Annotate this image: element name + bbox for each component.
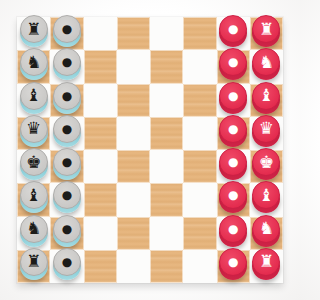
piece-cylinder-top: ● xyxy=(53,248,81,276)
pawn-icon: ● xyxy=(62,23,72,35)
piece-white-rook[interactable]: ♜ xyxy=(20,15,48,48)
square-r2c7[interactable]: ● xyxy=(217,50,250,83)
king-icon: ♚ xyxy=(259,153,274,170)
square-r6c2[interactable]: ● xyxy=(50,183,83,216)
square-r1c8[interactable]: ♜ xyxy=(250,17,283,50)
piece-red-pawn[interactable]: ● xyxy=(219,148,247,181)
square-r8c5[interactable] xyxy=(150,250,183,283)
bishop-icon: ♝ xyxy=(26,87,41,104)
piece-red-knight[interactable]: ♞ xyxy=(252,215,280,248)
square-r4c8[interactable]: ♛ xyxy=(250,117,283,150)
square-r2c2[interactable]: ● xyxy=(50,50,83,83)
piece-red-pawn[interactable]: ● xyxy=(219,15,247,48)
piece-red-king[interactable]: ♚ xyxy=(252,148,280,181)
piece-cylinder-top: ♝ xyxy=(252,181,280,209)
square-r5c7[interactable]: ● xyxy=(217,150,250,183)
piece-white-queen[interactable]: ♛ xyxy=(20,115,48,148)
bishop-icon: ♝ xyxy=(26,186,41,203)
piece-white-pawn[interactable]: ● xyxy=(53,215,81,248)
square-r8c4[interactable] xyxy=(117,250,150,283)
pawn-icon: ● xyxy=(228,222,238,234)
square-r7c8[interactable]: ♞ xyxy=(250,217,283,250)
square-r4c3[interactable] xyxy=(84,117,117,150)
piece-cylinder-top: ♜ xyxy=(252,248,280,276)
pawn-icon: ● xyxy=(228,56,238,68)
square-r5c1[interactable]: ♚ xyxy=(17,150,50,183)
rook-icon: ♜ xyxy=(259,253,274,270)
rook-icon: ♜ xyxy=(259,20,274,37)
piece-white-pawn[interactable]: ● xyxy=(53,181,81,214)
square-r7c5[interactable] xyxy=(150,217,183,250)
chess-board: ♜●●♜♞●●♞♝●●♝♛●●♛♚●●♚♝●●♝♞●●♞♜●●♜ xyxy=(17,17,283,283)
piece-cylinder-top: ● xyxy=(53,215,81,243)
square-r8c1[interactable]: ♜ xyxy=(17,250,50,283)
square-r6c6[interactable] xyxy=(183,183,216,216)
square-r1c6[interactable] xyxy=(183,17,216,50)
piece-white-king[interactable]: ♚ xyxy=(20,148,48,181)
piece-cylinder-top: ♞ xyxy=(20,215,48,243)
piece-red-bishop[interactable]: ♝ xyxy=(252,82,280,115)
piece-cylinder-top: ● xyxy=(219,15,247,43)
rook-icon: ♜ xyxy=(26,253,41,270)
square-r4c1[interactable]: ♛ xyxy=(17,117,50,150)
piece-white-bishop[interactable]: ♝ xyxy=(20,181,48,214)
piece-cylinder-top: ♝ xyxy=(20,82,48,110)
square-r1c2[interactable]: ● xyxy=(50,17,83,50)
pawn-icon: ● xyxy=(228,122,238,134)
piece-red-pawn[interactable]: ● xyxy=(219,248,247,281)
rook-icon: ♜ xyxy=(26,20,41,37)
piece-cylinder-top: ♚ xyxy=(20,148,48,176)
piece-cylinder-top: ♝ xyxy=(252,82,280,110)
piece-white-pawn[interactable]: ● xyxy=(53,82,81,115)
square-r3c3[interactable] xyxy=(84,84,117,117)
square-r5c5[interactable] xyxy=(150,150,183,183)
knight-icon: ♞ xyxy=(26,53,41,70)
square-r7c4[interactable] xyxy=(117,217,150,250)
piece-cylinder-top: ● xyxy=(53,115,81,143)
square-r7c7[interactable]: ● xyxy=(217,217,250,250)
king-icon: ♚ xyxy=(26,153,41,170)
piece-red-pawn[interactable]: ● xyxy=(219,48,247,81)
queen-icon: ♛ xyxy=(26,120,41,137)
square-r7c6[interactable] xyxy=(183,217,216,250)
square-r2c8[interactable]: ♞ xyxy=(250,50,283,83)
bishop-icon: ♝ xyxy=(259,186,274,203)
piece-cylinder-top: ♝ xyxy=(20,181,48,209)
piece-cylinder-top: ● xyxy=(219,181,247,209)
piece-white-pawn[interactable]: ● xyxy=(53,248,81,281)
piece-white-knight[interactable]: ♞ xyxy=(20,215,48,248)
pawn-icon: ● xyxy=(62,255,72,267)
square-r7c1[interactable]: ♞ xyxy=(17,217,50,250)
piece-cylinder-top: ♜ xyxy=(20,15,48,43)
knight-icon: ♞ xyxy=(259,53,274,70)
square-r3c2[interactable]: ● xyxy=(50,84,83,117)
square-r1c3[interactable] xyxy=(84,17,117,50)
square-r2c6[interactable] xyxy=(183,50,216,83)
piece-cylinder-top: ♚ xyxy=(252,148,280,176)
piece-white-knight[interactable]: ♞ xyxy=(20,48,48,81)
pawn-icon: ● xyxy=(62,89,72,101)
square-r3c7[interactable]: ● xyxy=(217,84,250,117)
chess-scene: ♜●●♜♞●●♞♝●●♝♛●●♛♚●●♚♝●●♝♞●●♞♜●●♜ xyxy=(0,0,300,300)
square-r8c8[interactable]: ♜ xyxy=(250,250,283,283)
pawn-icon: ● xyxy=(228,23,238,35)
square-r6c8[interactable]: ♝ xyxy=(250,183,283,216)
square-r8c2[interactable]: ● xyxy=(50,250,83,283)
square-r1c7[interactable]: ● xyxy=(217,17,250,50)
square-r4c6[interactable] xyxy=(183,117,216,150)
piece-white-pawn[interactable]: ● xyxy=(53,15,81,48)
piece-cylinder-top: ● xyxy=(219,248,247,276)
square-r6c3[interactable] xyxy=(84,183,117,216)
piece-red-rook[interactable]: ♜ xyxy=(252,15,280,48)
piece-white-rook[interactable]: ♜ xyxy=(20,248,48,281)
square-r1c4[interactable] xyxy=(117,17,150,50)
square-r3c1[interactable]: ♝ xyxy=(17,84,50,117)
square-r3c5[interactable] xyxy=(150,84,183,117)
square-r7c3[interactable] xyxy=(84,217,117,250)
square-r4c5[interactable] xyxy=(150,117,183,150)
piece-cylinder-top: ● xyxy=(219,148,247,176)
piece-red-pawn[interactable]: ● xyxy=(219,115,247,148)
square-r6c4[interactable] xyxy=(117,183,150,216)
square-r4c7[interactable]: ● xyxy=(217,117,250,150)
piece-white-pawn[interactable]: ● xyxy=(53,148,81,181)
pawn-icon: ● xyxy=(228,189,238,201)
square-r5c6[interactable] xyxy=(183,150,216,183)
piece-red-queen[interactable]: ♛ xyxy=(252,115,280,148)
square-r2c3[interactable] xyxy=(84,50,117,83)
knight-icon: ♞ xyxy=(259,220,274,237)
square-r8c3[interactable] xyxy=(84,250,117,283)
square-r3c4[interactable] xyxy=(117,84,150,117)
piece-red-bishop[interactable]: ♝ xyxy=(252,181,280,214)
piece-white-pawn[interactable]: ● xyxy=(53,48,81,81)
bishop-icon: ♝ xyxy=(259,87,274,104)
pawn-icon: ● xyxy=(228,255,238,267)
pawn-icon: ● xyxy=(62,56,72,68)
piece-white-pawn[interactable]: ● xyxy=(53,115,81,148)
piece-cylinder-top: ♜ xyxy=(20,248,48,276)
square-r5c8[interactable]: ♚ xyxy=(250,150,283,183)
piece-cylinder-top: ♞ xyxy=(252,215,280,243)
square-r5c3[interactable] xyxy=(84,150,117,183)
piece-red-pawn[interactable]: ● xyxy=(219,215,247,248)
square-r1c1[interactable]: ♜ xyxy=(17,17,50,50)
square-r3c8[interactable]: ♝ xyxy=(250,84,283,117)
piece-cylinder-top: ♛ xyxy=(20,115,48,143)
square-r1c5[interactable] xyxy=(150,17,183,50)
square-r4c4[interactable] xyxy=(117,117,150,150)
piece-cylinder-top: ♞ xyxy=(20,48,48,76)
piece-cylinder-top: ● xyxy=(219,82,247,110)
piece-cylinder-top: ● xyxy=(219,115,247,143)
square-r8c7[interactable]: ● xyxy=(217,250,250,283)
queen-icon: ♛ xyxy=(259,120,274,137)
pawn-icon: ● xyxy=(62,122,72,134)
pawn-icon: ● xyxy=(62,156,72,168)
piece-cylinder-top: ● xyxy=(219,48,247,76)
piece-cylinder-top: ♜ xyxy=(252,15,280,43)
square-r7c2[interactable]: ● xyxy=(50,217,83,250)
square-r6c7[interactable]: ● xyxy=(217,183,250,216)
square-r8c6[interactable] xyxy=(183,250,216,283)
pawn-icon: ● xyxy=(228,89,238,101)
piece-cylinder-top: ● xyxy=(53,148,81,176)
piece-cylinder-top: ● xyxy=(219,215,247,243)
piece-cylinder-top: ♞ xyxy=(252,48,280,76)
piece-cylinder-top: ● xyxy=(53,15,81,43)
knight-icon: ♞ xyxy=(26,220,41,237)
square-r6c5[interactable] xyxy=(150,183,183,216)
pawn-icon: ● xyxy=(62,222,72,234)
pawn-icon: ● xyxy=(62,189,72,201)
piece-cylinder-top: ♛ xyxy=(252,115,280,143)
pawn-icon: ● xyxy=(228,156,238,168)
square-r5c4[interactable] xyxy=(117,150,150,183)
piece-white-bishop[interactable]: ♝ xyxy=(20,82,48,115)
piece-red-pawn[interactable]: ● xyxy=(219,82,247,115)
piece-red-knight[interactable]: ♞ xyxy=(252,48,280,81)
square-r6c1[interactable]: ♝ xyxy=(17,183,50,216)
square-r2c5[interactable] xyxy=(150,50,183,83)
piece-cylinder-top: ● xyxy=(53,181,81,209)
piece-red-pawn[interactable]: ● xyxy=(219,181,247,214)
square-r5c2[interactable]: ● xyxy=(50,150,83,183)
piece-cylinder-top: ● xyxy=(53,82,81,110)
square-r2c4[interactable] xyxy=(117,50,150,83)
square-r3c6[interactable] xyxy=(183,84,216,117)
square-r2c1[interactable]: ♞ xyxy=(17,50,50,83)
piece-cylinder-top: ● xyxy=(53,48,81,76)
piece-red-rook[interactable]: ♜ xyxy=(252,248,280,281)
square-r4c2[interactable]: ● xyxy=(50,117,83,150)
